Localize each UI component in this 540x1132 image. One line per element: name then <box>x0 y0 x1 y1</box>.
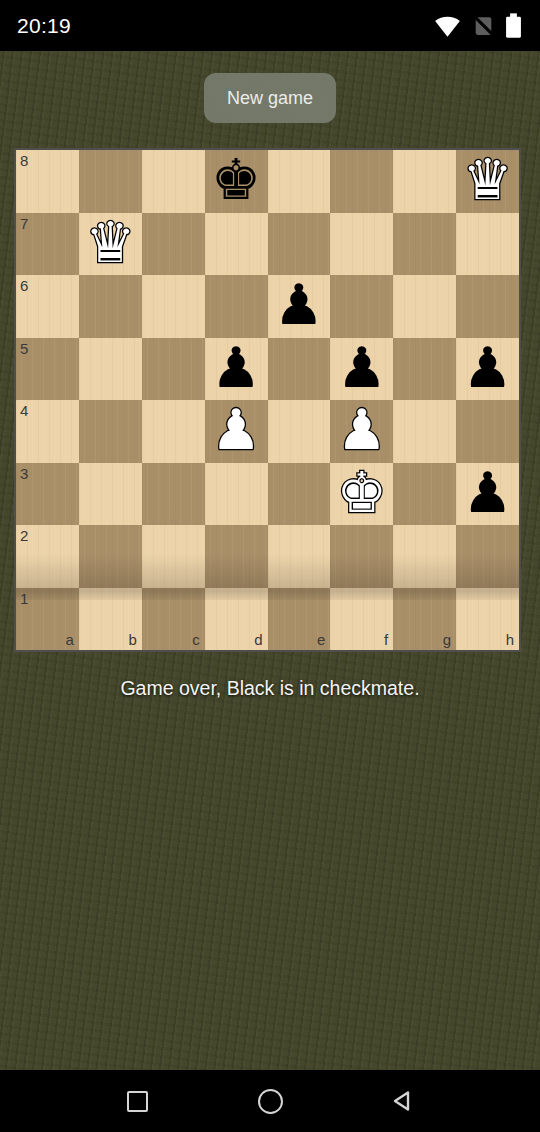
square-f5[interactable]: ♟ <box>330 338 393 401</box>
square-d3[interactable] <box>205 463 268 526</box>
square-c3[interactable] <box>142 463 205 526</box>
rank-label-3: 3 <box>20 465 28 482</box>
piece-black-king[interactable]: ♚ <box>205 149 268 212</box>
piece-black-pawn[interactable]: ♟ <box>456 337 519 400</box>
square-e8[interactable] <box>268 150 331 213</box>
square-h6[interactable] <box>456 275 519 338</box>
square-a1[interactable]: 1a <box>16 588 79 651</box>
square-c8[interactable] <box>142 150 205 213</box>
square-c6[interactable] <box>142 275 205 338</box>
square-e7[interactable] <box>268 213 331 276</box>
battery-icon <box>504 12 523 39</box>
square-d2[interactable] <box>205 525 268 588</box>
recents-square-icon <box>127 1091 148 1112</box>
square-g1[interactable]: g <box>393 588 456 651</box>
square-b6[interactable] <box>79 275 142 338</box>
square-b3[interactable] <box>79 463 142 526</box>
square-h4[interactable] <box>456 400 519 463</box>
square-c4[interactable] <box>142 400 205 463</box>
status-bar: 20:19 <box>0 0 540 51</box>
game-status-message: Game over, Black is in checkmate. <box>0 677 540 700</box>
square-a8[interactable]: 8 <box>16 150 79 213</box>
file-label-f: f <box>384 631 388 648</box>
square-c2[interactable] <box>142 525 205 588</box>
square-h3[interactable]: ♟ <box>456 463 519 526</box>
piece-white-queen[interactable]: ♛ <box>79 212 142 275</box>
new-game-button[interactable]: New game <box>204 73 336 123</box>
file-label-d: d <box>254 631 262 648</box>
square-f7[interactable] <box>330 213 393 276</box>
square-d5[interactable]: ♟ <box>205 338 268 401</box>
home-circle-icon <box>258 1089 283 1114</box>
square-h1[interactable]: h <box>456 588 519 651</box>
piece-black-pawn[interactable]: ♟ <box>268 274 331 337</box>
square-c7[interactable] <box>142 213 205 276</box>
piece-black-pawn[interactable]: ♟ <box>456 462 519 525</box>
recents-button[interactable] <box>124 1088 150 1114</box>
phone-screen: 20:19 New game 8♚♛7♛6♟5♟♟♟4♟♟3♚♟21abcdef… <box>0 0 540 1132</box>
square-g5[interactable] <box>393 338 456 401</box>
square-b4[interactable] <box>79 400 142 463</box>
no-sim-icon <box>471 13 496 38</box>
piece-white-king[interactable]: ♚ <box>330 462 393 525</box>
status-bar-icons <box>432 12 523 39</box>
home-button[interactable] <box>257 1088 283 1114</box>
square-f4[interactable]: ♟ <box>330 400 393 463</box>
square-a3[interactable]: 3 <box>16 463 79 526</box>
square-b7[interactable]: ♛ <box>79 213 142 276</box>
square-e3[interactable] <box>268 463 331 526</box>
square-a5[interactable]: 5 <box>16 338 79 401</box>
piece-white-pawn[interactable]: ♟ <box>330 399 393 462</box>
square-g7[interactable] <box>393 213 456 276</box>
back-button[interactable] <box>390 1088 416 1114</box>
file-label-h: h <box>506 631 514 648</box>
file-label-e: e <box>317 631 325 648</box>
clock: 20:19 <box>17 14 71 38</box>
piece-white-queen[interactable]: ♛ <box>456 149 519 212</box>
square-f8[interactable] <box>330 150 393 213</box>
wifi-icon <box>432 13 463 38</box>
rank-label-7: 7 <box>20 215 28 232</box>
square-c1[interactable]: c <box>142 588 205 651</box>
rank-label-2: 2 <box>20 527 28 544</box>
square-g8[interactable] <box>393 150 456 213</box>
rank-label-5: 5 <box>20 340 28 357</box>
square-f6[interactable] <box>330 275 393 338</box>
square-d4[interactable]: ♟ <box>205 400 268 463</box>
square-d1[interactable]: d <box>205 588 268 651</box>
square-a2[interactable]: 2 <box>16 525 79 588</box>
square-h8[interactable]: ♛ <box>456 150 519 213</box>
square-e4[interactable] <box>268 400 331 463</box>
square-d6[interactable] <box>205 275 268 338</box>
rank-label-8: 8 <box>20 152 28 169</box>
square-e5[interactable] <box>268 338 331 401</box>
back-triangle-icon <box>391 1089 415 1113</box>
file-label-b: b <box>128 631 136 648</box>
square-a4[interactable]: 4 <box>16 400 79 463</box>
file-label-g: g <box>443 631 451 648</box>
square-c5[interactable] <box>142 338 205 401</box>
square-a7[interactable]: 7 <box>16 213 79 276</box>
square-g2[interactable] <box>393 525 456 588</box>
square-f2[interactable] <box>330 525 393 588</box>
square-g4[interactable] <box>393 400 456 463</box>
square-e6[interactable]: ♟ <box>268 275 331 338</box>
navigation-bar <box>0 1070 540 1132</box>
square-e1[interactable]: e <box>268 588 331 651</box>
file-label-a: a <box>66 631 74 648</box>
piece-black-pawn[interactable]: ♟ <box>205 337 268 400</box>
rank-label-6: 6 <box>20 277 28 294</box>
rank-label-4: 4 <box>20 402 28 419</box>
chess-board[interactable]: 8♚♛7♛6♟5♟♟♟4♟♟3♚♟21abcdefgh <box>14 148 521 652</box>
square-g6[interactable] <box>393 275 456 338</box>
square-h2[interactable] <box>456 525 519 588</box>
square-e2[interactable] <box>268 525 331 588</box>
square-h5[interactable]: ♟ <box>456 338 519 401</box>
piece-black-pawn[interactable]: ♟ <box>330 337 393 400</box>
square-h7[interactable] <box>456 213 519 276</box>
square-f1[interactable]: f <box>330 588 393 651</box>
piece-white-pawn[interactable]: ♟ <box>205 399 268 462</box>
square-b2[interactable] <box>79 525 142 588</box>
square-b1[interactable]: b <box>79 588 142 651</box>
file-label-c: c <box>192 631 200 648</box>
square-d7[interactable] <box>205 213 268 276</box>
square-a6[interactable]: 6 <box>16 275 79 338</box>
square-b8[interactable] <box>79 150 142 213</box>
square-b5[interactable] <box>79 338 142 401</box>
square-d8[interactable]: ♚ <box>205 150 268 213</box>
rank-label-1: 1 <box>20 590 28 607</box>
square-f3[interactable]: ♚ <box>330 463 393 526</box>
square-g3[interactable] <box>393 463 456 526</box>
